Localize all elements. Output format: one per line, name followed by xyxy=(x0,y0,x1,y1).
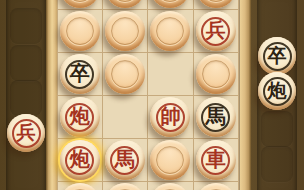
hidden-piece[interactable] xyxy=(196,0,236,8)
board-cell-r0c1[interactable] xyxy=(103,0,149,10)
piece-glyph: 馬 xyxy=(206,106,226,126)
hidden-piece[interactable] xyxy=(150,0,190,8)
tray-slot-left-1 xyxy=(10,45,42,81)
tray-slot-left-2 xyxy=(10,80,42,116)
empty-capture-slot xyxy=(261,111,293,147)
board-cell-r3c2[interactable]: 帥 xyxy=(148,96,194,139)
empty-capture-slot xyxy=(261,146,293,182)
captured-tray-left: 兵 xyxy=(6,0,46,190)
board-cell-r2c3[interactable] xyxy=(194,53,240,96)
piece-red-炮[interactable]: 炮 xyxy=(60,97,100,137)
banqi-board: 兵卒炮帥馬炮馬車 xyxy=(57,0,240,190)
board-cell-r4c3[interactable]: 車 xyxy=(194,139,240,182)
tray-slot-right-1: 炮 xyxy=(258,72,296,110)
board-cell-r1c3[interactable]: 兵 xyxy=(194,10,240,53)
board-cell-r1c2[interactable] xyxy=(148,10,194,53)
board-cell-r5c2[interactable] xyxy=(148,182,194,190)
board-cell-r5c1[interactable] xyxy=(103,182,149,190)
board-cell-r2c2[interactable] xyxy=(148,53,194,96)
piece-glyph: 帥 xyxy=(160,106,180,126)
board-cell-r3c0[interactable]: 炮 xyxy=(57,96,103,139)
board-cell-r3c3[interactable]: 馬 xyxy=(194,96,240,139)
hidden-piece[interactable] xyxy=(150,11,190,51)
hidden-piece[interactable] xyxy=(105,0,145,8)
piece-glyph: 炮 xyxy=(70,106,90,126)
hidden-piece[interactable] xyxy=(105,11,145,51)
piece-black-馬[interactable]: 馬 xyxy=(196,97,236,137)
piece-red-車[interactable]: 車 xyxy=(196,140,236,180)
piece-glyph: 炮 xyxy=(268,81,287,100)
piece-red-兵[interactable]: 兵 xyxy=(196,11,236,51)
board-cell-r5c3[interactable] xyxy=(194,182,240,190)
board-cell-r0c3[interactable] xyxy=(194,0,240,10)
tray-slot-left-0 xyxy=(10,8,42,44)
hidden-piece[interactable] xyxy=(60,183,100,190)
hidden-piece[interactable] xyxy=(60,11,100,51)
board-cell-r4c1[interactable]: 馬 xyxy=(103,139,149,182)
hidden-piece[interactable] xyxy=(196,54,236,94)
empty-capture-slot xyxy=(10,8,42,44)
board-cell-r5c0[interactable] xyxy=(57,182,103,190)
empty-capture-slot xyxy=(10,45,42,81)
piece-glyph: 馬 xyxy=(115,149,135,169)
tray-slot-right-0: 卒 xyxy=(258,37,296,75)
board-cell-r2c0[interactable]: 卒 xyxy=(57,53,103,96)
board-cell-r4c2[interactable] xyxy=(148,139,194,182)
captured-piece-black-炮: 炮 xyxy=(258,72,296,110)
board-frame-left xyxy=(46,0,57,190)
board-cell-r1c0[interactable] xyxy=(57,10,103,53)
captured-piece-red-兵: 兵 xyxy=(7,114,45,152)
board-frame-right xyxy=(240,0,251,190)
board-cell-r1c1[interactable] xyxy=(103,10,149,53)
piece-glyph: 車 xyxy=(206,149,226,169)
piece-glyph: 卒 xyxy=(268,46,287,65)
piece-red-帥[interactable]: 帥 xyxy=(150,97,190,137)
piece-glyph: 兵 xyxy=(17,123,36,142)
hidden-piece[interactable] xyxy=(196,183,236,190)
piece-glyph: 炮 xyxy=(70,149,90,169)
hidden-piece[interactable] xyxy=(150,183,190,190)
tray-slot-right-3 xyxy=(261,146,293,182)
tray-slot-right-2 xyxy=(261,111,293,147)
hidden-piece[interactable] xyxy=(60,0,100,8)
board-cell-r3c1[interactable] xyxy=(103,96,149,139)
piece-glyph: 卒 xyxy=(70,63,90,83)
piece-black-卒[interactable]: 卒 xyxy=(60,54,100,94)
tray-slot-left-3: 兵 xyxy=(7,114,45,152)
board-cell-r0c2[interactable] xyxy=(148,0,194,10)
hidden-piece[interactable] xyxy=(150,140,190,180)
piece-red-炮[interactable]: 炮 xyxy=(60,140,100,180)
empty-capture-slot xyxy=(10,80,42,116)
hidden-piece[interactable] xyxy=(105,183,145,190)
piece-glyph: 兵 xyxy=(206,20,226,40)
hidden-piece[interactable] xyxy=(105,54,145,94)
captured-piece-black-卒: 卒 xyxy=(258,37,296,75)
piece-red-馬[interactable]: 馬 xyxy=(105,140,145,180)
board-cell-r4c0[interactable]: 炮 xyxy=(57,139,103,182)
board-cell-r2c1[interactable] xyxy=(103,53,149,96)
captured-tray-right: 卒炮 xyxy=(257,0,297,190)
banqi-game-screen: 兵 兵卒炮帥馬炮馬車 卒炮 xyxy=(0,0,304,190)
board-cell-r0c0[interactable] xyxy=(57,0,103,10)
